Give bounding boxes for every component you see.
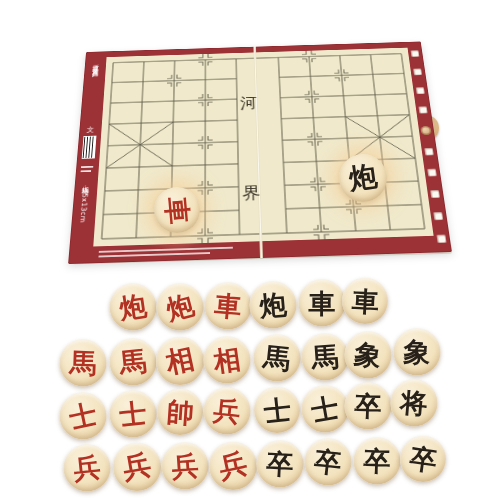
xiangqi-piece-red: 相 xyxy=(204,337,251,384)
xiangqi-piece-black: 車 xyxy=(299,280,346,327)
xiangqi-piece-red: 兵 xyxy=(204,388,251,435)
xiangqi-piece-black: 馬 xyxy=(302,334,349,381)
xiangqi-piece-black: 象 xyxy=(394,329,441,376)
xiangqi-piece-black: 炮 xyxy=(250,282,297,329)
xiangqi-piece-black: 将 xyxy=(391,380,438,427)
xiangqi-piece-red: 車 xyxy=(154,187,200,233)
xiangqi-piece-red: 馬 xyxy=(60,340,107,387)
piece-glyph: 卒 xyxy=(363,447,391,475)
xiangqi-piece-black: 象 xyxy=(345,332,392,379)
xiangqi-piece-black: 馬 xyxy=(254,335,301,382)
piece-glyph: 士 xyxy=(262,395,292,425)
piece-glyph: 炮 xyxy=(118,292,148,322)
xiangqi-piece-black: 卒 xyxy=(305,439,352,486)
piece-glyph: 車 xyxy=(213,291,242,320)
piece-glyph: 兵 xyxy=(171,452,200,481)
piece-glyph: 卒 xyxy=(313,447,343,477)
piece-glyph: 象 xyxy=(403,338,431,366)
piece-glyph: 馬 xyxy=(311,343,340,372)
piece-glyph: 士 xyxy=(309,393,340,424)
piece-glyph: 兵 xyxy=(121,451,153,483)
piece-glyph: 士 xyxy=(118,399,148,429)
piece-glyph: 卒 xyxy=(266,450,294,478)
xiangqi-piece-red: 士 xyxy=(60,393,107,440)
xiangqi-piece-black: 卒 xyxy=(400,436,446,482)
piece-glyph: 馬 xyxy=(118,347,148,377)
xiangqi-piece-red: 士 xyxy=(110,391,157,438)
xiangqi-piece-black: 車 xyxy=(342,278,388,324)
xiangqi-piece-red: 馬 xyxy=(110,339,157,386)
xiangqi-piece-red: 炮 xyxy=(157,284,204,331)
piece-glyph: 馬 xyxy=(262,343,292,373)
xiangqi-piece-black: 卒 xyxy=(345,383,392,430)
xiangqi-piece-red: 兵 xyxy=(162,443,209,490)
piece-glyph: 馬 xyxy=(69,349,97,377)
xiangqi-piece-black: 卒 xyxy=(354,438,401,485)
piece-glyph: 卒 xyxy=(408,444,438,474)
piece-layer: 車炮炮炮車炮車車馬馬相相馬馬象象士士帥兵士士卒将兵兵兵兵卒卒卒卒 xyxy=(0,0,500,500)
xiangqi-piece-black: 炮 xyxy=(339,154,387,202)
xiangqi-piece-red: 炮 xyxy=(110,284,157,331)
piece-glyph: 炮 xyxy=(347,162,379,194)
piece-glyph: 帥 xyxy=(166,398,195,427)
piece-glyph: 兵 xyxy=(72,453,102,483)
piece-glyph: 相 xyxy=(163,344,196,377)
xiangqi-piece-red: 相 xyxy=(156,337,204,385)
product-photo: 河 界 浙江双文体育用品厂 文 规格：35x13cm 車炮炮炮車炮車車馬馬相相馬… xyxy=(0,0,500,500)
piece-glyph: 将 xyxy=(399,388,428,417)
piece-glyph: 士 xyxy=(67,400,99,432)
piece-glyph: 兵 xyxy=(216,449,249,482)
xiangqi-piece-red: 兵 xyxy=(209,442,257,490)
piece-glyph: 炮 xyxy=(163,290,196,323)
xiangqi-piece-red: 車 xyxy=(205,283,252,330)
xiangqi-piece-red: 兵 xyxy=(113,443,161,491)
piece-glyph: 車 xyxy=(309,290,336,317)
piece-glyph: 車 xyxy=(351,287,379,315)
xiangqi-piece-black: 士 xyxy=(302,386,349,433)
xiangqi-piece-red: 帥 xyxy=(157,389,203,435)
piece-glyph: 炮 xyxy=(258,290,287,319)
piece-glyph: 象 xyxy=(353,340,383,370)
xiangqi-piece-red: 兵 xyxy=(64,445,111,492)
xiangqi-piece-black: 卒 xyxy=(257,441,304,488)
xiangqi-piece-black: 士 xyxy=(254,387,300,433)
piece-glyph: 兵 xyxy=(212,396,242,426)
piece-glyph: 相 xyxy=(212,345,242,375)
piece-glyph: 車 xyxy=(162,195,191,224)
piece-glyph: 卒 xyxy=(354,392,382,420)
